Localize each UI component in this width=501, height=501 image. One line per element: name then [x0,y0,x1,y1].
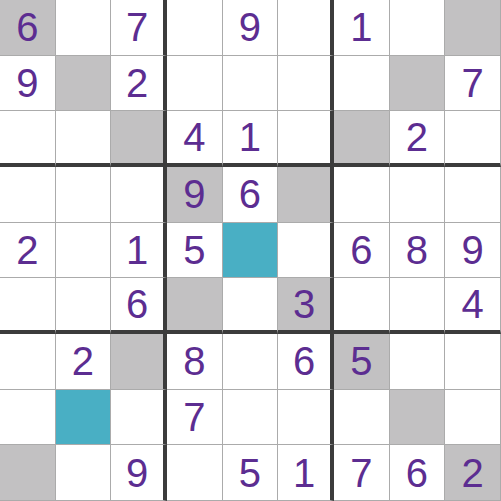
cell-r2c8[interactable] [390,56,446,112]
cell-r2c6[interactable] [278,56,334,112]
given-digit: 9 [239,7,261,47]
given-digit: 9 [462,230,484,270]
cell-r7c5[interactable] [223,334,279,390]
cell-r9c1[interactable] [0,445,56,501]
given-digit: 4 [462,284,484,324]
given-digit: 9 [126,453,148,493]
given-digit: 6 [16,7,38,47]
cell-r3c3[interactable] [111,111,167,167]
given-digit: 2 [406,117,428,157]
given-digit: 9 [16,63,38,103]
cell-r7c4[interactable]: 8 [167,334,223,390]
cell-r7c3[interactable] [111,334,167,390]
given-digit: 2 [72,341,94,381]
cell-r1c6[interactable] [278,0,334,56]
given-digit: 8 [183,341,205,381]
cell-r2c1[interactable]: 9 [0,56,56,112]
cell-r4c3[interactable] [111,167,167,223]
cell-r4c5[interactable]: 6 [223,167,279,223]
cell-r9c3[interactable]: 9 [111,445,167,501]
cell-r4c1[interactable] [0,167,56,223]
cell-r8c9[interactable] [445,390,501,446]
given-digit: 2 [16,230,38,270]
cell-r1c2[interactable] [56,0,112,56]
given-digit: 4 [183,117,205,157]
cell-r5c5[interactable] [223,223,279,279]
cell-r9c7[interactable]: 7 [334,445,390,501]
cell-r5c3[interactable]: 1 [111,223,167,279]
given-digit: 1 [126,230,148,270]
given-digit: 7 [183,397,205,437]
cell-r6c7[interactable] [334,278,390,334]
cell-r8c5[interactable] [223,390,279,446]
cell-r4c2[interactable] [56,167,112,223]
cell-r3c8[interactable]: 2 [390,111,446,167]
cell-r3c6[interactable] [278,111,334,167]
cell-r7c6[interactable]: 6 [278,334,334,390]
cell-r3c5[interactable]: 1 [223,111,279,167]
cell-r8c1[interactable] [0,390,56,446]
cell-r7c8[interactable] [390,334,446,390]
cell-r3c7[interactable] [334,111,390,167]
cell-r7c7[interactable]: 5 [334,334,390,390]
cell-r4c4[interactable]: 9 [167,167,223,223]
cell-r5c8[interactable]: 8 [390,223,446,279]
cell-r1c5[interactable]: 9 [223,0,279,56]
cell-r2c7[interactable] [334,56,390,112]
cell-r2c5[interactable] [223,56,279,112]
cell-r6c1[interactable] [0,278,56,334]
cell-r1c8[interactable] [390,0,446,56]
given-digit: 2 [462,453,484,493]
cell-r1c9[interactable] [445,0,501,56]
cell-r6c6[interactable]: 3 [278,278,334,334]
cell-r8c6[interactable] [278,390,334,446]
given-digit: 6 [406,453,428,493]
cell-r6c2[interactable] [56,278,112,334]
cell-r1c1[interactable]: 6 [0,0,56,56]
cell-r3c1[interactable] [0,111,56,167]
cell-r6c8[interactable] [390,278,446,334]
cell-r2c3[interactable]: 2 [111,56,167,112]
given-digit: 6 [293,341,315,381]
cell-r7c9[interactable] [445,334,501,390]
cell-r1c7[interactable]: 1 [334,0,390,56]
cell-r9c2[interactable] [56,445,112,501]
cell-r6c9[interactable]: 4 [445,278,501,334]
cell-r9c9[interactable]: 2 [445,445,501,501]
cell-r7c1[interactable] [0,334,56,390]
cell-r4c7[interactable] [334,167,390,223]
given-digit: 3 [293,284,315,324]
cell-r8c3[interactable] [111,390,167,446]
given-digit: 6 [239,174,261,214]
given-digit: 1 [239,117,261,157]
given-digit: 7 [462,63,484,103]
cell-r9c5[interactable]: 5 [223,445,279,501]
cell-r1c3[interactable]: 7 [111,0,167,56]
cell-r3c9[interactable] [445,111,501,167]
cell-r8c4[interactable]: 7 [167,390,223,446]
given-digit: 5 [239,453,261,493]
cell-r9c6[interactable]: 1 [278,445,334,501]
sudoku-board: 67919274129621568963428657951762 [0,0,501,501]
cell-r6c5[interactable] [223,278,279,334]
given-digit: 5 [183,230,205,270]
cell-r5c2[interactable] [56,223,112,279]
given-digit: 2 [126,63,148,103]
given-digit: 7 [126,7,148,47]
cell-r8c8[interactable] [390,390,446,446]
cell-r2c9[interactable]: 7 [445,56,501,112]
given-digit: 5 [350,341,372,381]
given-digit: 6 [126,284,148,324]
cell-r5c9[interactable]: 9 [445,223,501,279]
cell-r8c7[interactable] [334,390,390,446]
given-digit: 9 [183,174,205,214]
cell-r1c4[interactable] [167,0,223,56]
cell-r9c4[interactable] [167,445,223,501]
cell-r4c6[interactable] [278,167,334,223]
cell-r5c6[interactable] [278,223,334,279]
cell-r3c2[interactable] [56,111,112,167]
cell-r6c4[interactable] [167,278,223,334]
given-digit: 7 [350,453,372,493]
cell-r5c1[interactable]: 2 [0,223,56,279]
given-digit: 1 [293,453,315,493]
cell-r8c2[interactable] [56,390,112,446]
cell-r2c4[interactable] [167,56,223,112]
cell-r2c2[interactable] [56,56,112,112]
cell-r5c4[interactable]: 5 [167,223,223,279]
cell-r4c9[interactable] [445,167,501,223]
cell-r3c4[interactable]: 4 [167,111,223,167]
cell-r4c8[interactable] [390,167,446,223]
cell-r7c2[interactable]: 2 [56,334,112,390]
given-digit: 8 [406,230,428,270]
given-digit: 1 [350,7,372,47]
cell-r6c3[interactable]: 6 [111,278,167,334]
cell-r5c7[interactable]: 6 [334,223,390,279]
cell-r9c8[interactable]: 6 [390,445,446,501]
given-digit: 6 [350,230,372,270]
